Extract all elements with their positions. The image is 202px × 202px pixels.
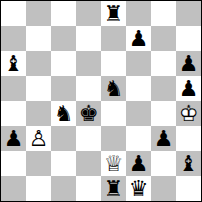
square-f6[interactable] <box>126 51 151 76</box>
square-d6[interactable] <box>76 51 101 76</box>
square-h5[interactable]: ♟ <box>176 76 201 101</box>
square-c2[interactable] <box>51 151 76 176</box>
square-b4[interactable] <box>26 101 51 126</box>
white-queen[interactable]: ♕ <box>101 151 126 176</box>
chess-board: ♜♟♝♟♞♟♞♚♚♔♟♟♙♟♛♕♟♝♜♛ <box>1 1 201 201</box>
square-d4[interactable]: ♚ <box>76 101 101 126</box>
square-h3[interactable] <box>176 126 201 151</box>
white-pawn[interactable]: ♙ <box>26 126 51 151</box>
square-f8[interactable] <box>126 1 151 26</box>
square-e4[interactable] <box>101 101 126 126</box>
square-f4[interactable] <box>126 101 151 126</box>
square-e6[interactable] <box>101 51 126 76</box>
square-a7[interactable] <box>1 26 26 51</box>
square-d3[interactable] <box>76 126 101 151</box>
white-king[interactable]: ♔ <box>176 101 201 126</box>
black-pawn[interactable]: ♟ <box>151 126 176 151</box>
square-a4[interactable] <box>1 101 26 126</box>
square-h1[interactable] <box>176 176 201 201</box>
square-g8[interactable] <box>151 1 176 26</box>
square-c7[interactable] <box>51 26 76 51</box>
square-b3[interactable]: ♟♙ <box>26 126 51 151</box>
square-f7[interactable]: ♟ <box>126 26 151 51</box>
black-rook[interactable]: ♜ <box>101 1 126 26</box>
square-d5[interactable] <box>76 76 101 101</box>
square-b6[interactable] <box>26 51 51 76</box>
square-d7[interactable] <box>76 26 101 51</box>
black-bishop[interactable]: ♝ <box>176 151 201 176</box>
square-g5[interactable] <box>151 76 176 101</box>
square-f5[interactable] <box>126 76 151 101</box>
square-e2[interactable]: ♛♕ <box>101 151 126 176</box>
square-g7[interactable] <box>151 26 176 51</box>
square-d1[interactable] <box>76 176 101 201</box>
square-a5[interactable] <box>1 76 26 101</box>
square-e1[interactable]: ♜ <box>101 176 126 201</box>
square-b2[interactable] <box>26 151 51 176</box>
black-queen[interactable]: ♛ <box>126 176 151 201</box>
square-a2[interactable] <box>1 151 26 176</box>
square-c1[interactable] <box>51 176 76 201</box>
black-knight[interactable]: ♞ <box>101 76 126 101</box>
square-h6[interactable]: ♟ <box>176 51 201 76</box>
square-h2[interactable]: ♝ <box>176 151 201 176</box>
square-g4[interactable] <box>151 101 176 126</box>
chess-board-frame: ♜♟♝♟♞♟♞♚♚♔♟♟♙♟♛♕♟♝♜♛ <box>0 0 202 202</box>
square-c5[interactable] <box>51 76 76 101</box>
square-e5[interactable]: ♞ <box>101 76 126 101</box>
black-bishop[interactable]: ♝ <box>1 51 26 76</box>
square-e7[interactable] <box>101 26 126 51</box>
square-h4[interactable]: ♚♔ <box>176 101 201 126</box>
black-pawn[interactable]: ♟ <box>176 76 201 101</box>
square-c8[interactable] <box>51 1 76 26</box>
square-c3[interactable] <box>51 126 76 151</box>
square-c6[interactable] <box>51 51 76 76</box>
square-d8[interactable] <box>76 1 101 26</box>
square-f1[interactable]: ♛ <box>126 176 151 201</box>
square-g1[interactable] <box>151 176 176 201</box>
black-knight[interactable]: ♞ <box>51 101 76 126</box>
black-king[interactable]: ♚ <box>76 101 101 126</box>
square-e3[interactable] <box>101 126 126 151</box>
square-h8[interactable] <box>176 1 201 26</box>
square-f2[interactable]: ♟ <box>126 151 151 176</box>
black-pawn[interactable]: ♟ <box>126 26 151 51</box>
square-h7[interactable] <box>176 26 201 51</box>
black-pawn[interactable]: ♟ <box>176 51 201 76</box>
square-g3[interactable]: ♟ <box>151 126 176 151</box>
square-g6[interactable] <box>151 51 176 76</box>
square-b5[interactable] <box>26 76 51 101</box>
square-f3[interactable] <box>126 126 151 151</box>
square-a8[interactable] <box>1 1 26 26</box>
square-b1[interactable] <box>26 176 51 201</box>
square-d2[interactable] <box>76 151 101 176</box>
square-a1[interactable] <box>1 176 26 201</box>
square-b8[interactable] <box>26 1 51 26</box>
black-pawn[interactable]: ♟ <box>1 126 26 151</box>
square-a6[interactable]: ♝ <box>1 51 26 76</box>
square-g2[interactable] <box>151 151 176 176</box>
square-b7[interactable] <box>26 26 51 51</box>
square-a3[interactable]: ♟ <box>1 126 26 151</box>
square-c4[interactable]: ♞ <box>51 101 76 126</box>
square-e8[interactable]: ♜ <box>101 1 126 26</box>
black-rook[interactable]: ♜ <box>101 176 126 201</box>
black-pawn[interactable]: ♟ <box>126 151 151 176</box>
